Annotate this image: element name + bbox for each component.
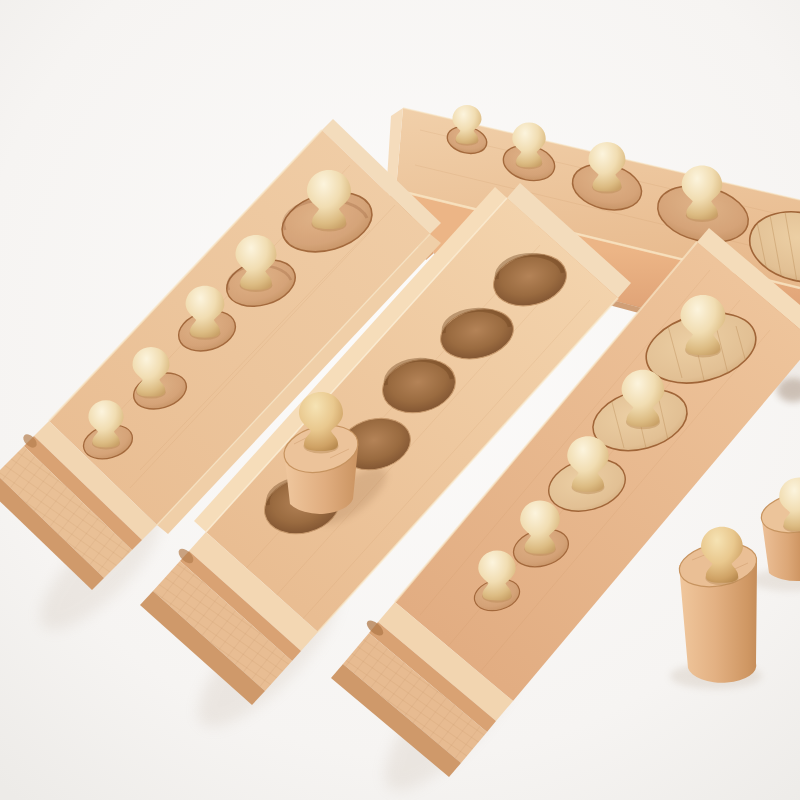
knob-small [478, 550, 515, 602]
knob-1-small [452, 105, 481, 146]
knob [186, 286, 225, 340]
knob-large [307, 170, 351, 232]
knob-4 [682, 165, 723, 222]
knob [567, 436, 608, 494]
removed-cylinder-knob [299, 392, 343, 454]
knob-large [681, 295, 726, 358]
knob [622, 370, 665, 430]
knob [236, 235, 277, 292]
knob-small [88, 400, 123, 449]
knob [520, 501, 560, 556]
cylinder-blocks-photo [0, 0, 800, 800]
photo-stage [0, 0, 800, 800]
knob-3 [589, 142, 626, 194]
loose-cylinder-large-knob [701, 527, 743, 585]
knob-2 [512, 122, 545, 169]
knob [133, 347, 170, 399]
